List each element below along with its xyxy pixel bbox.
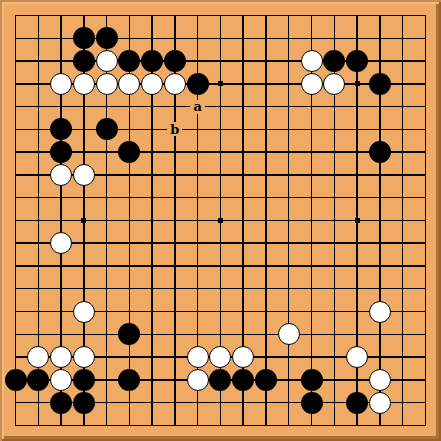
black-stone (369, 141, 391, 163)
star-point (218, 81, 223, 86)
white-stone (209, 346, 231, 368)
black-stone (27, 369, 49, 391)
grid-line-h (15, 265, 426, 267)
grid-line-h (15, 288, 426, 290)
black-stone (50, 141, 72, 163)
black-stone (73, 50, 95, 72)
black-stone (187, 73, 209, 95)
white-stone (96, 50, 118, 72)
star-point (218, 218, 223, 223)
grid-line-h (15, 242, 426, 244)
black-stone (346, 392, 368, 414)
grid-line-v (402, 15, 404, 426)
white-stone (369, 392, 391, 414)
black-stone (323, 50, 345, 72)
white-stone (301, 73, 323, 95)
grid-line-v (425, 15, 427, 426)
black-stone (232, 369, 254, 391)
black-stone (73, 27, 95, 49)
white-stone (73, 73, 95, 95)
white-stone (27, 346, 49, 368)
star-point (355, 81, 360, 86)
white-stone (187, 346, 209, 368)
black-stone (73, 392, 95, 414)
black-stone (369, 73, 391, 95)
white-stone (187, 369, 209, 391)
black-stone (118, 369, 140, 391)
white-stone (346, 346, 368, 368)
point-label-b: b (167, 122, 182, 136)
black-stone (96, 118, 118, 140)
white-stone (73, 164, 95, 186)
black-stone (118, 323, 140, 345)
grid-line-h (15, 425, 426, 427)
white-stone (50, 73, 72, 95)
black-stone (50, 118, 72, 140)
black-stone (346, 50, 368, 72)
white-stone (301, 50, 323, 72)
white-stone (118, 73, 140, 95)
black-stone (255, 369, 277, 391)
black-stone (301, 369, 323, 391)
white-stone (96, 73, 118, 95)
black-stone (118, 50, 140, 72)
go-board: ab (0, 0, 441, 441)
star-point (355, 218, 360, 223)
point-label-a: a (190, 100, 205, 114)
black-stone (96, 27, 118, 49)
go-diagram: ab (0, 0, 441, 441)
black-stone (141, 50, 163, 72)
black-stone (5, 369, 27, 391)
black-stone (164, 50, 186, 72)
white-stone (164, 73, 186, 95)
white-stone (73, 346, 95, 368)
white-stone (50, 164, 72, 186)
white-stone (278, 323, 300, 345)
white-stone (323, 73, 345, 95)
black-stone (50, 392, 72, 414)
white-stone (50, 346, 72, 368)
black-stone (118, 141, 140, 163)
white-stone (369, 369, 391, 391)
grid-line-v (288, 15, 290, 426)
white-stone (141, 73, 163, 95)
grid-line-h (15, 334, 426, 336)
white-stone (50, 369, 72, 391)
black-stone (209, 369, 231, 391)
star-point (81, 218, 86, 223)
grid-line-v (265, 15, 267, 426)
white-stone (50, 232, 72, 254)
black-stone (73, 369, 95, 391)
white-stone (369, 301, 391, 323)
white-stone (73, 301, 95, 323)
black-stone (301, 392, 323, 414)
white-stone (232, 346, 254, 368)
